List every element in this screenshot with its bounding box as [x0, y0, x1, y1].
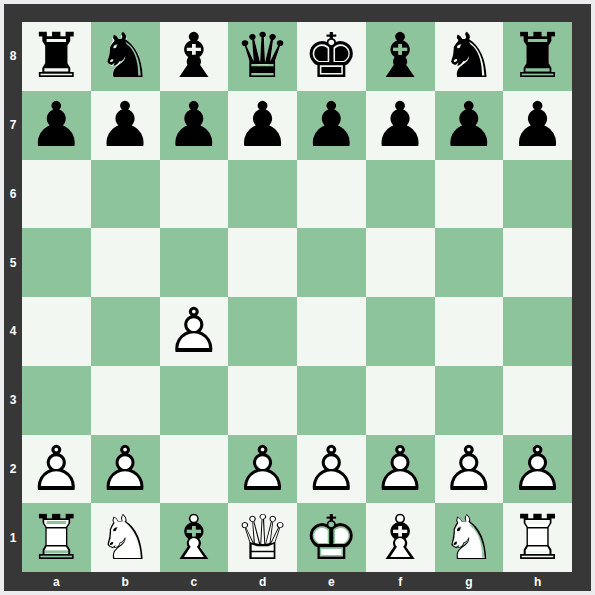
- square-a7[interactable]: ♙♟: [22, 91, 91, 160]
- square-d6[interactable]: [228, 160, 297, 229]
- rank-label-1: 1: [4, 503, 22, 572]
- piece-fill-glyph: ♙: [441, 94, 497, 156]
- white-king-e1[interactable]: ♚♔: [297, 503, 366, 572]
- file-label-g: g: [435, 572, 504, 591]
- black-knight-b8[interactable]: ♘♞: [91, 22, 160, 91]
- piece-fill-glyph: ♜: [29, 507, 85, 569]
- black-pawn-d7[interactable]: ♙♟: [228, 91, 297, 160]
- file-label-c: c: [160, 572, 229, 591]
- black-bishop-c8[interactable]: ♗♝: [160, 22, 229, 91]
- piece-outline-glyph: ♚: [304, 25, 360, 87]
- square-h7[interactable]: ♙♟: [503, 91, 572, 160]
- black-pawn-f7[interactable]: ♙♟: [366, 91, 435, 160]
- piece-fill-glyph: ♟: [372, 438, 428, 500]
- piece-fill-glyph: ♚: [304, 507, 360, 569]
- piece-outline-glyph: ♙: [29, 438, 85, 500]
- square-h6[interactable]: [503, 160, 572, 229]
- piece-fill-glyph: ♟: [97, 438, 153, 500]
- square-h2[interactable]: ♟♙: [503, 435, 572, 504]
- piece-outline-glyph: ♞: [441, 25, 497, 87]
- piece-fill-glyph: ♛: [235, 507, 291, 569]
- piece-fill-glyph: ♘: [97, 25, 153, 87]
- square-h4[interactable]: [503, 297, 572, 366]
- piece-fill-glyph: ♘: [441, 25, 497, 87]
- piece-fill-glyph: ♙: [166, 94, 222, 156]
- rank-labels: 87654321: [4, 22, 22, 572]
- square-a5[interactable]: [22, 228, 91, 297]
- piece-fill-glyph: ♞: [97, 507, 153, 569]
- piece-outline-glyph: ♟: [372, 94, 428, 156]
- piece-fill-glyph: ♙: [235, 94, 291, 156]
- square-c8[interactable]: ♗♝: [160, 22, 229, 91]
- square-b7[interactable]: ♙♟: [91, 91, 160, 160]
- piece-outline-glyph: ♟: [166, 94, 222, 156]
- piece-fill-glyph: ♙: [29, 94, 85, 156]
- square-e1[interactable]: ♚♔: [297, 503, 366, 572]
- piece-outline-glyph: ♞: [97, 25, 153, 87]
- square-d8[interactable]: ♕♛: [228, 22, 297, 91]
- square-f5[interactable]: [366, 228, 435, 297]
- board-frame: 87654321 abcdefgh ♖♜♘♞♗♝♕♛♔♚♗♝♘♞♖♜♙♟♙♟♙♟…: [4, 4, 591, 591]
- square-b2[interactable]: ♟♙: [91, 435, 160, 504]
- square-g4[interactable]: [435, 297, 504, 366]
- black-bishop-f8[interactable]: ♗♝: [366, 22, 435, 91]
- piece-fill-glyph: ♕: [235, 25, 291, 87]
- white-pawn-g2[interactable]: ♟♙: [435, 435, 504, 504]
- black-pawn-b7[interactable]: ♙♟: [91, 91, 160, 160]
- piece-outline-glyph: ♙: [304, 438, 360, 500]
- piece-fill-glyph: ♙: [304, 94, 360, 156]
- piece-outline-glyph: ♜: [29, 25, 85, 87]
- piece-fill-glyph: ♖: [510, 25, 566, 87]
- square-h3[interactable]: [503, 366, 572, 435]
- square-h5[interactable]: [503, 228, 572, 297]
- piece-fill-glyph: ♝: [166, 507, 222, 569]
- piece-fill-glyph: ♟: [29, 438, 85, 500]
- square-d3[interactable]: [228, 366, 297, 435]
- square-e7[interactable]: ♙♟: [297, 91, 366, 160]
- piece-outline-glyph: ♜: [510, 25, 566, 87]
- square-e8[interactable]: ♔♚: [297, 22, 366, 91]
- square-a4[interactable]: [22, 297, 91, 366]
- piece-outline-glyph: ♟: [235, 94, 291, 156]
- piece-fill-glyph: ♔: [304, 25, 360, 87]
- square-a1[interactable]: ♜♖: [22, 503, 91, 572]
- square-f2[interactable]: ♟♙: [366, 435, 435, 504]
- square-d7[interactable]: ♙♟: [228, 91, 297, 160]
- piece-outline-glyph: ♟: [97, 94, 153, 156]
- square-b1[interactable]: ♞♘: [91, 503, 160, 572]
- rank-label-5: 5: [4, 228, 22, 297]
- black-rook-h8[interactable]: ♖♜: [503, 22, 572, 91]
- chess-board: ♖♜♘♞♗♝♕♛♔♚♗♝♘♞♖♜♙♟♙♟♙♟♙♟♙♟♙♟♙♟♙♟♟♙♟♙♟♙♟♙…: [22, 22, 572, 572]
- piece-outline-glyph: ♝: [372, 25, 428, 87]
- black-knight-g8[interactable]: ♘♞: [435, 22, 504, 91]
- square-c4[interactable]: ♟♙: [160, 297, 229, 366]
- square-d2[interactable]: ♟♙: [228, 435, 297, 504]
- piece-fill-glyph: ♗: [166, 25, 222, 87]
- piece-fill-glyph: ♟: [235, 438, 291, 500]
- white-pawn-a2[interactable]: ♟♙: [22, 435, 91, 504]
- square-a8[interactable]: ♖♜: [22, 22, 91, 91]
- piece-fill-glyph: ♙: [372, 94, 428, 156]
- square-g1[interactable]: ♞♘: [435, 503, 504, 572]
- white-rook-h1[interactable]: ♜♖: [503, 503, 572, 572]
- square-c6[interactable]: [160, 160, 229, 229]
- black-king-e8[interactable]: ♔♚: [297, 22, 366, 91]
- square-e4[interactable]: [297, 297, 366, 366]
- piece-outline-glyph: ♙: [441, 438, 497, 500]
- piece-outline-glyph: ♗: [166, 507, 222, 569]
- square-f1[interactable]: ♝♗: [366, 503, 435, 572]
- black-queen-d8[interactable]: ♕♛: [228, 22, 297, 91]
- square-g7[interactable]: ♙♟: [435, 91, 504, 160]
- black-pawn-g7[interactable]: ♙♟: [435, 91, 504, 160]
- piece-outline-glyph: ♘: [97, 507, 153, 569]
- piece-outline-glyph: ♙: [235, 438, 291, 500]
- rank-label-7: 7: [4, 91, 22, 160]
- file-label-d: d: [228, 572, 297, 591]
- rank-label-8: 8: [4, 22, 22, 91]
- square-b4[interactable]: [91, 297, 160, 366]
- black-pawn-h7[interactable]: ♙♟: [503, 91, 572, 160]
- black-pawn-c7[interactable]: ♙♟: [160, 91, 229, 160]
- white-pawn-c4[interactable]: ♟♙: [160, 297, 229, 366]
- square-c2[interactable]: [160, 435, 229, 504]
- square-f6[interactable]: [366, 160, 435, 229]
- piece-fill-glyph: ♖: [29, 25, 85, 87]
- file-label-a: a: [22, 572, 91, 591]
- square-c5[interactable]: [160, 228, 229, 297]
- square-a6[interactable]: [22, 160, 91, 229]
- square-b5[interactable]: [91, 228, 160, 297]
- piece-fill-glyph: ♙: [97, 94, 153, 156]
- square-b3[interactable]: [91, 366, 160, 435]
- black-pawn-a7[interactable]: ♙♟: [22, 91, 91, 160]
- black-pawn-e7[interactable]: ♙♟: [297, 91, 366, 160]
- square-b8[interactable]: ♘♞: [91, 22, 160, 91]
- piece-fill-glyph: ♟: [441, 438, 497, 500]
- square-f4[interactable]: [366, 297, 435, 366]
- rank-label-2: 2: [4, 435, 22, 504]
- white-knight-b1[interactable]: ♞♘: [91, 503, 160, 572]
- white-pawn-d2[interactable]: ♟♙: [228, 435, 297, 504]
- square-e2[interactable]: ♟♙: [297, 435, 366, 504]
- white-knight-g1[interactable]: ♞♘: [435, 503, 504, 572]
- square-d1[interactable]: ♛♕: [228, 503, 297, 572]
- file-label-f: f: [366, 572, 435, 591]
- piece-outline-glyph: ♟: [441, 94, 497, 156]
- square-g3[interactable]: [435, 366, 504, 435]
- file-labels: abcdefgh: [22, 572, 572, 591]
- square-c3[interactable]: [160, 366, 229, 435]
- square-c7[interactable]: ♙♟: [160, 91, 229, 160]
- white-pawn-b2[interactable]: ♟♙: [91, 435, 160, 504]
- square-e6[interactable]: [297, 160, 366, 229]
- file-label-e: e: [297, 572, 366, 591]
- piece-fill-glyph: ♗: [372, 25, 428, 87]
- white-pawn-h2[interactable]: ♟♙: [503, 435, 572, 504]
- piece-outline-glyph: ♔: [304, 507, 360, 569]
- white-bishop-c1[interactable]: ♝♗: [160, 503, 229, 572]
- piece-outline-glyph: ♙: [510, 438, 566, 500]
- piece-outline-glyph: ♗: [372, 507, 428, 569]
- square-h1[interactable]: ♜♖: [503, 503, 572, 572]
- piece-outline-glyph: ♙: [372, 438, 428, 500]
- square-g5[interactable]: [435, 228, 504, 297]
- black-rook-a8[interactable]: ♖♜: [22, 22, 91, 91]
- square-d5[interactable]: [228, 228, 297, 297]
- square-c1[interactable]: ♝♗: [160, 503, 229, 572]
- piece-outline-glyph: ♙: [166, 300, 222, 362]
- square-b6[interactable]: [91, 160, 160, 229]
- piece-fill-glyph: ♟: [304, 438, 360, 500]
- white-rook-a1[interactable]: ♜♖: [22, 503, 91, 572]
- piece-fill-glyph: ♟: [510, 438, 566, 500]
- rank-label-4: 4: [4, 297, 22, 366]
- square-f3[interactable]: [366, 366, 435, 435]
- white-queen-d1[interactable]: ♛♕: [228, 503, 297, 572]
- piece-outline-glyph: ♟: [29, 94, 85, 156]
- piece-outline-glyph: ♖: [510, 507, 566, 569]
- piece-outline-glyph: ♙: [97, 438, 153, 500]
- white-bishop-f1[interactable]: ♝♗: [366, 503, 435, 572]
- piece-fill-glyph: ♞: [441, 507, 497, 569]
- rank-label-6: 6: [4, 160, 22, 229]
- square-e5[interactable]: [297, 228, 366, 297]
- square-g8[interactable]: ♘♞: [435, 22, 504, 91]
- file-label-b: b: [91, 572, 160, 591]
- square-h8[interactable]: ♖♜: [503, 22, 572, 91]
- white-pawn-f2[interactable]: ♟♙: [366, 435, 435, 504]
- square-g2[interactable]: ♟♙: [435, 435, 504, 504]
- square-e3[interactable]: [297, 366, 366, 435]
- piece-outline-glyph: ♖: [29, 507, 85, 569]
- square-g6[interactable]: [435, 160, 504, 229]
- piece-outline-glyph: ♕: [235, 507, 291, 569]
- piece-outline-glyph: ♟: [510, 94, 566, 156]
- piece-fill-glyph: ♙: [510, 94, 566, 156]
- file-label-h: h: [503, 572, 572, 591]
- square-f7[interactable]: ♙♟: [366, 91, 435, 160]
- piece-outline-glyph: ♘: [441, 507, 497, 569]
- piece-fill-glyph: ♜: [510, 507, 566, 569]
- piece-outline-glyph: ♝: [166, 25, 222, 87]
- square-d4[interactable]: [228, 297, 297, 366]
- rank-label-3: 3: [4, 366, 22, 435]
- square-a2[interactable]: ♟♙: [22, 435, 91, 504]
- piece-fill-glyph: ♟: [166, 300, 222, 362]
- piece-outline-glyph: ♟: [304, 94, 360, 156]
- square-f8[interactable]: ♗♝: [366, 22, 435, 91]
- white-pawn-e2[interactable]: ♟♙: [297, 435, 366, 504]
- piece-fill-glyph: ♝: [372, 507, 428, 569]
- square-a3[interactable]: [22, 366, 91, 435]
- piece-outline-glyph: ♛: [235, 25, 291, 87]
